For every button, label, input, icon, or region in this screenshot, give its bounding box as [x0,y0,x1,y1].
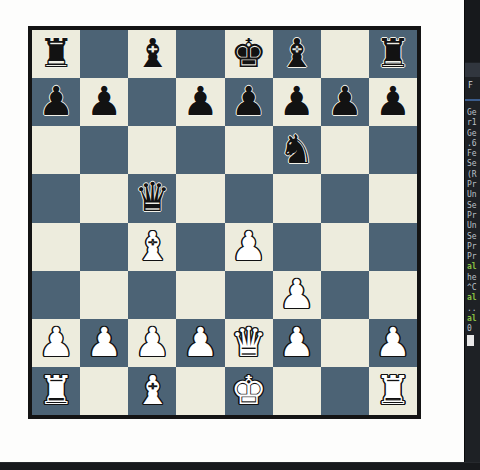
terminal-line: Un [467,190,480,200]
square-g8[interactable] [321,30,369,78]
terminal-line: Pr [467,242,480,252]
square-e7[interactable]: ♟ [225,78,273,126]
white-rook-h1[interactable]: ♜ [375,370,411,410]
page-background: ♜♝♚♝♜♟♟♟♟♟♟♟♞♛♝♟♟♟♟♟♟♛♟♟♜♝♚♜ [0,0,464,462]
square-c3[interactable] [128,271,176,319]
white-pawn-h2[interactable]: ♟ [375,322,411,362]
square-a1[interactable]: ♜ [32,367,80,415]
white-pawn-f2[interactable]: ♟ [279,322,315,362]
terminal-line: Pr [467,180,480,190]
square-h5[interactable] [369,174,417,222]
square-d1[interactable] [176,367,224,415]
square-b6[interactable] [80,126,128,174]
square-e5[interactable] [225,174,273,222]
square-g2[interactable] [321,319,369,367]
square-g7[interactable]: ♟ [321,78,369,126]
square-d7[interactable]: ♟ [176,78,224,126]
terminal-line: ^C [467,283,480,293]
square-g5[interactable] [321,174,369,222]
terminal-line: al [467,262,480,272]
square-h4[interactable] [369,223,417,271]
terminal-line: al [467,293,480,303]
square-h3[interactable] [369,271,417,319]
square-d6[interactable] [176,126,224,174]
square-d3[interactable] [176,271,224,319]
white-pawn-d2[interactable]: ♟ [183,322,219,362]
square-d8[interactable] [176,30,224,78]
square-g6[interactable] [321,126,369,174]
square-g3[interactable] [321,271,369,319]
terminal-line: (R [467,170,480,180]
white-rook-a1[interactable]: ♜ [38,370,74,410]
terminal-accent-line [465,99,480,101]
black-pawn-d7[interactable]: ♟ [183,81,219,121]
square-b7[interactable]: ♟ [80,78,128,126]
terminal-line: Pr [467,211,480,221]
terminal-output: Ger1Ge.6FeSe(RPrUnSePrUnSePrPralhe^Cal..… [467,108,480,335]
terminal-line: Ge [467,108,480,118]
square-d4[interactable] [176,223,224,271]
square-a4[interactable] [32,223,80,271]
square-h7[interactable]: ♟ [369,78,417,126]
black-pawn-a7[interactable]: ♟ [38,81,74,121]
square-a5[interactable] [32,174,80,222]
square-c2[interactable]: ♟ [128,319,176,367]
terminal-line: Pr [467,252,480,262]
black-knight-f6[interactable]: ♞ [279,129,315,169]
chess-board: ♜♝♚♝♜♟♟♟♟♟♟♟♞♛♝♟♟♟♟♟♟♛♟♟♜♝♚♜ [28,26,421,419]
white-pawn-e4[interactable]: ♟ [231,226,267,266]
square-b3[interactable] [80,271,128,319]
white-bishop-c4[interactable]: ♝ [134,226,170,266]
square-f1[interactable] [273,367,321,415]
black-bishop-f8[interactable]: ♝ [279,33,315,73]
square-c7[interactable] [128,78,176,126]
terminal-line: .6 [467,139,480,149]
square-e4[interactable]: ♟ [225,223,273,271]
square-d5[interactable] [176,174,224,222]
white-pawn-a2[interactable]: ♟ [38,322,74,362]
terminal-line: he [467,273,480,283]
square-f7[interactable]: ♟ [273,78,321,126]
square-c5[interactable]: ♛ [128,174,176,222]
terminal-line: Se [467,201,480,211]
square-a2[interactable]: ♟ [32,319,80,367]
square-b2[interactable]: ♟ [80,319,128,367]
square-c8[interactable]: ♝ [128,30,176,78]
square-c1[interactable]: ♝ [128,367,176,415]
square-e2[interactable]: ♛ [225,319,273,367]
square-f4[interactable] [273,223,321,271]
black-pawn-h7[interactable]: ♟ [375,81,411,121]
bottom-taskbar [0,462,480,470]
terminal-line: Ge [467,129,480,139]
square-b8[interactable] [80,30,128,78]
terminal-top-edge [465,0,480,62]
terminal-tab-bar[interactable] [465,63,480,77]
black-king-e8[interactable]: ♚ [231,33,267,73]
black-pawn-b7[interactable]: ♟ [86,81,122,121]
terminal-cursor [467,335,474,346]
white-queen-e2[interactable]: ♛ [231,322,267,362]
square-b1[interactable] [80,367,128,415]
terminal-line: Un [467,221,480,231]
square-g4[interactable] [321,223,369,271]
square-f3[interactable]: ♟ [273,271,321,319]
square-c4[interactable]: ♝ [128,223,176,271]
square-f5[interactable] [273,174,321,222]
black-rook-a8[interactable]: ♜ [38,33,74,73]
terminal-line: Se [467,232,480,242]
terminal-line: r1 [467,118,480,128]
square-h1[interactable]: ♜ [369,367,417,415]
white-king-e1[interactable]: ♚ [231,370,267,410]
white-bishop-c1[interactable]: ♝ [134,370,170,410]
square-e8[interactable]: ♚ [225,30,273,78]
square-f8[interactable]: ♝ [273,30,321,78]
black-pawn-e7[interactable]: ♟ [231,81,267,121]
square-d2[interactable]: ♟ [176,319,224,367]
white-pawn-b2[interactable]: ♟ [86,322,122,362]
square-h8[interactable]: ♜ [369,30,417,78]
terminal-line: 0 [467,324,480,334]
black-rook-h8[interactable]: ♜ [375,33,411,73]
square-g1[interactable] [321,367,369,415]
square-e1[interactable]: ♚ [225,367,273,415]
square-a8[interactable]: ♜ [32,30,80,78]
square-f6[interactable]: ♞ [273,126,321,174]
square-a6[interactable] [32,126,80,174]
terminal-tab-label: F [468,81,473,90]
square-a7[interactable]: ♟ [32,78,80,126]
square-h2[interactable]: ♟ [369,319,417,367]
black-pawn-f7[interactable]: ♟ [279,81,315,121]
square-b4[interactable] [80,223,128,271]
square-c6[interactable] [128,126,176,174]
terminal-line: Se [467,159,480,169]
white-pawn-c2[interactable]: ♟ [134,322,170,362]
white-pawn-f3[interactable]: ♟ [279,274,315,314]
terminal-line: al [467,314,480,324]
black-bishop-c8[interactable]: ♝ [134,33,170,73]
square-e6[interactable] [225,126,273,174]
black-pawn-g7[interactable]: ♟ [327,81,363,121]
square-e3[interactable] [225,271,273,319]
terminal-line: .. [467,304,480,314]
square-b5[interactable] [80,174,128,222]
square-a3[interactable] [32,271,80,319]
square-h6[interactable] [369,126,417,174]
square-f2[interactable]: ♟ [273,319,321,367]
terminal-line: Fe [467,149,480,159]
terminal-side-panel[interactable]: F Ger1Ge.6FeSe(RPrUnSePrUnSePrPralhe^Cal… [464,0,480,470]
black-queen-c5[interactable]: ♛ [134,177,170,217]
